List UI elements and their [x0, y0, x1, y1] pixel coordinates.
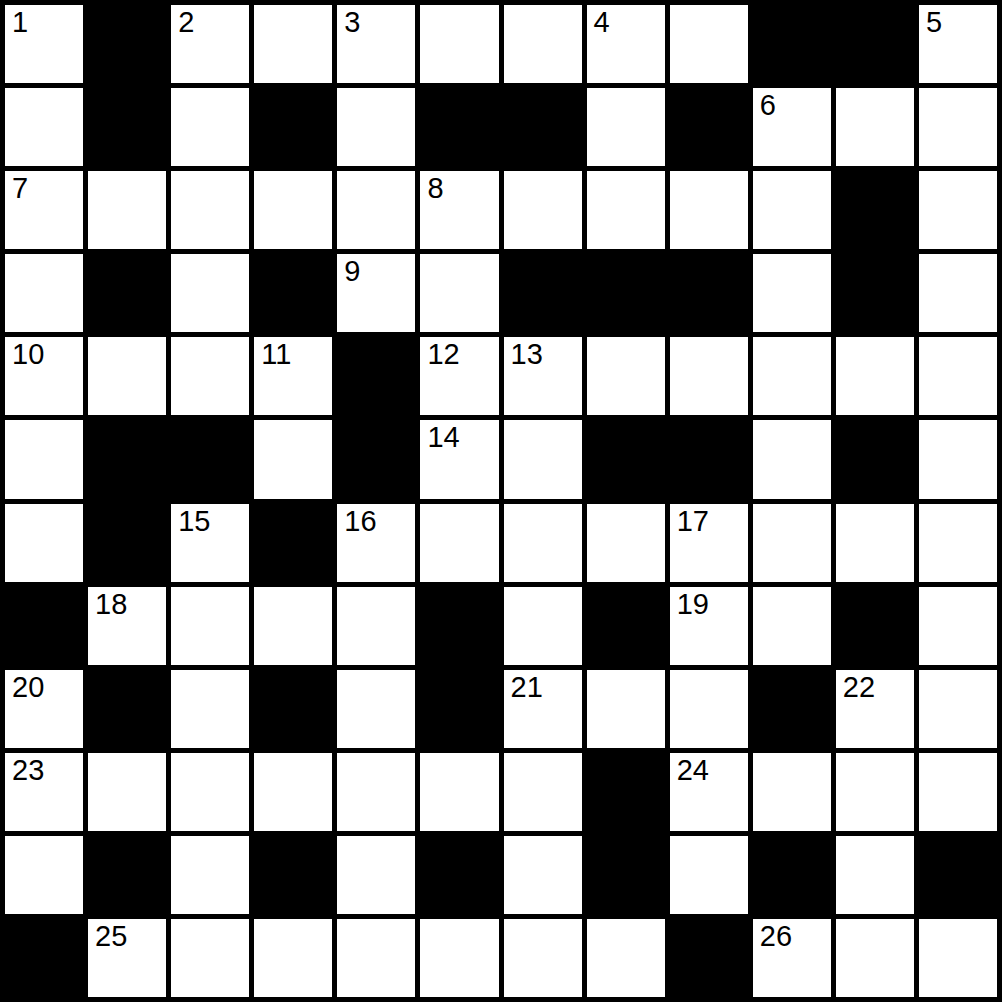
- clue-number-22: 22: [843, 671, 875, 703]
- white-cell-r12c2[interactable]: 25: [88, 919, 166, 997]
- white-cell-r12c12[interactable]: [919, 919, 997, 997]
- clue-number-25: 25: [95, 920, 127, 952]
- white-cell-r1c1[interactable]: 1: [5, 5, 83, 83]
- white-cell-r11c9[interactable]: [670, 836, 748, 914]
- white-cell-r7c1[interactable]: [5, 504, 83, 582]
- black-cell-r9c2: [88, 670, 166, 748]
- clue-number-5: 5: [926, 6, 942, 38]
- white-cell-r9c12[interactable]: [919, 670, 997, 748]
- black-cell-r9c10: [753, 670, 831, 748]
- black-cell-r9c4: [254, 670, 332, 748]
- white-cell-r10c9[interactable]: 24: [670, 753, 748, 831]
- white-cell-r8c12[interactable]: [919, 587, 997, 665]
- clue-number-12: 12: [427, 338, 459, 370]
- white-cell-r3c5[interactable]: [337, 171, 415, 249]
- white-cell-r12c10[interactable]: 26: [753, 919, 831, 997]
- black-cell-r11c8: [587, 836, 665, 914]
- black-cell-r6c2: [88, 420, 166, 498]
- white-cell-r12c3[interactable]: [171, 919, 249, 997]
- white-cell-r6c7[interactable]: [504, 420, 582, 498]
- black-cell-r2c9: [670, 88, 748, 166]
- white-cell-r7c7[interactable]: [504, 504, 582, 582]
- white-cell-r12c8[interactable]: [587, 919, 665, 997]
- clue-number-10: 10: [12, 338, 44, 370]
- black-cell-r2c2: [88, 88, 166, 166]
- white-cell-r3c10[interactable]: [753, 171, 831, 249]
- white-cell-r10c4[interactable]: [254, 753, 332, 831]
- clue-number-24: 24: [677, 754, 709, 786]
- clue-number-9: 9: [344, 255, 360, 287]
- black-cell-r4c8: [587, 254, 665, 332]
- white-cell-r12c7[interactable]: [504, 919, 582, 997]
- black-cell-r8c6: [420, 587, 498, 665]
- clue-number-13: 13: [511, 338, 543, 370]
- white-cell-r7c6[interactable]: [420, 504, 498, 582]
- white-cell-r10c6[interactable]: [420, 753, 498, 831]
- clue-number-18: 18: [95, 588, 127, 620]
- white-cell-r7c11[interactable]: [836, 504, 914, 582]
- white-cell-r6c6[interactable]: 14: [420, 420, 498, 498]
- white-cell-r12c5[interactable]: [337, 919, 415, 997]
- black-cell-r6c5: [337, 420, 415, 498]
- white-cell-r5c2[interactable]: [88, 337, 166, 415]
- white-cell-r3c6[interactable]: 8: [420, 171, 498, 249]
- white-cell-r12c6[interactable]: [420, 919, 498, 997]
- black-cell-r2c7: [504, 88, 582, 166]
- black-cell-r12c1: [5, 919, 83, 997]
- white-cell-r3c12[interactable]: [919, 171, 997, 249]
- white-cell-r10c10[interactable]: [753, 753, 831, 831]
- clue-number-19: 19: [677, 588, 709, 620]
- clue-number-2: 2: [178, 6, 194, 38]
- white-cell-r4c1[interactable]: [5, 254, 83, 332]
- white-cell-r10c1[interactable]: 23: [5, 753, 83, 831]
- white-cell-r2c10[interactable]: 6: [753, 88, 831, 166]
- white-cell-r10c11[interactable]: [836, 753, 914, 831]
- white-cell-r9c9[interactable]: [670, 670, 748, 748]
- white-cell-r3c3[interactable]: [171, 171, 249, 249]
- white-cell-r2c1[interactable]: [5, 88, 83, 166]
- white-cell-r5c7[interactable]: 13: [504, 337, 582, 415]
- white-cell-r11c1[interactable]: [5, 836, 83, 914]
- white-cell-r8c10[interactable]: [753, 587, 831, 665]
- white-cell-r1c4[interactable]: [254, 5, 332, 83]
- black-cell-r4c2: [88, 254, 166, 332]
- black-cell-r4c11: [836, 254, 914, 332]
- clue-number-7: 7: [12, 172, 28, 204]
- black-cell-r8c8: [587, 587, 665, 665]
- white-cell-r10c3[interactable]: [171, 753, 249, 831]
- black-cell-r1c10: [753, 5, 831, 83]
- black-cell-r1c11: [836, 5, 914, 83]
- black-cell-r7c4: [254, 504, 332, 582]
- black-cell-r11c10: [753, 836, 831, 914]
- white-cell-r2c5[interactable]: [337, 88, 415, 166]
- white-cell-r8c7[interactable]: [504, 587, 582, 665]
- black-cell-r12c9: [670, 919, 748, 997]
- white-cell-r6c1[interactable]: [5, 420, 83, 498]
- white-cell-r6c12[interactable]: [919, 420, 997, 498]
- white-cell-r2c11[interactable]: [836, 88, 914, 166]
- clue-number-20: 20: [12, 671, 44, 703]
- black-cell-r4c4: [254, 254, 332, 332]
- black-cell-r11c12: [919, 836, 997, 914]
- white-cell-r10c12[interactable]: [919, 753, 997, 831]
- white-cell-r11c11[interactable]: [836, 836, 914, 914]
- white-cell-r2c8[interactable]: [587, 88, 665, 166]
- black-cell-r9c6: [420, 670, 498, 748]
- black-cell-r3c11: [836, 171, 914, 249]
- white-cell-r3c8[interactable]: [587, 171, 665, 249]
- white-cell-r11c3[interactable]: [171, 836, 249, 914]
- white-cell-r4c10[interactable]: [753, 254, 831, 332]
- white-cell-r10c5[interactable]: [337, 753, 415, 831]
- white-cell-r7c8[interactable]: [587, 504, 665, 582]
- black-cell-r6c9: [670, 420, 748, 498]
- white-cell-r2c12[interactable]: [919, 88, 997, 166]
- white-cell-r1c12[interactable]: 5: [919, 5, 997, 83]
- white-cell-r5c10[interactable]: [753, 337, 831, 415]
- white-cell-r9c3[interactable]: [171, 670, 249, 748]
- white-cell-r12c4[interactable]: [254, 919, 332, 997]
- white-cell-r8c4[interactable]: [254, 587, 332, 665]
- white-cell-r9c1[interactable]: 20: [5, 670, 83, 748]
- black-cell-r2c4: [254, 88, 332, 166]
- white-cell-r8c9[interactable]: 19: [670, 587, 748, 665]
- white-cell-r3c7[interactable]: [504, 171, 582, 249]
- white-cell-r5c3[interactable]: [171, 337, 249, 415]
- black-cell-r10c8: [587, 753, 665, 831]
- white-cell-r4c6[interactable]: [420, 254, 498, 332]
- white-cell-r6c4[interactable]: [254, 420, 332, 498]
- white-cell-r10c7[interactable]: [504, 753, 582, 831]
- white-cell-r5c11[interactable]: [836, 337, 914, 415]
- black-cell-r7c2: [88, 504, 166, 582]
- black-cell-r11c4: [254, 836, 332, 914]
- white-cell-r5c12[interactable]: [919, 337, 997, 415]
- white-cell-r7c12[interactable]: [919, 504, 997, 582]
- white-cell-r5c4[interactable]: 11: [254, 337, 332, 415]
- white-cell-r3c4[interactable]: [254, 171, 332, 249]
- white-cell-r1c6[interactable]: [420, 5, 498, 83]
- white-cell-r3c2[interactable]: [88, 171, 166, 249]
- black-cell-r1c2: [88, 5, 166, 83]
- white-cell-r3c9[interactable]: [670, 171, 748, 249]
- clue-number-4: 4: [594, 6, 610, 38]
- black-cell-r4c7: [504, 254, 582, 332]
- white-cell-r9c7[interactable]: 21: [504, 670, 582, 748]
- white-cell-r7c5[interactable]: 16: [337, 504, 415, 582]
- white-cell-r1c3[interactable]: 2: [171, 5, 249, 83]
- white-cell-r4c12[interactable]: [919, 254, 997, 332]
- white-cell-r5c9[interactable]: [670, 337, 748, 415]
- white-cell-r1c9[interactable]: [670, 5, 748, 83]
- white-cell-r2c3[interactable]: [171, 88, 249, 166]
- clue-number-26: 26: [760, 920, 792, 952]
- black-cell-r11c6: [420, 836, 498, 914]
- white-cell-r3c1[interactable]: 7: [5, 171, 83, 249]
- white-cell-r12c11[interactable]: [836, 919, 914, 997]
- black-cell-r5c5: [337, 337, 415, 415]
- clue-number-15: 15: [178, 505, 210, 537]
- clue-number-23: 23: [12, 754, 44, 786]
- clue-number-3: 3: [344, 6, 360, 38]
- clue-number-17: 17: [677, 505, 709, 537]
- white-cell-r11c5[interactable]: [337, 836, 415, 914]
- clue-number-8: 8: [427, 172, 443, 204]
- clue-number-1: 1: [12, 6, 28, 38]
- white-cell-r9c8[interactable]: [587, 670, 665, 748]
- clue-number-11: 11: [261, 338, 291, 370]
- black-cell-r6c8: [587, 420, 665, 498]
- white-cell-r8c5[interactable]: [337, 587, 415, 665]
- white-cell-r7c3[interactable]: 15: [171, 504, 249, 582]
- black-cell-r2c6: [420, 88, 498, 166]
- white-cell-r5c1[interactable]: 10: [5, 337, 83, 415]
- white-cell-r1c7[interactable]: [504, 5, 582, 83]
- white-cell-r7c9[interactable]: 17: [670, 504, 748, 582]
- white-cell-r1c5[interactable]: 3: [337, 5, 415, 83]
- black-cell-r8c11: [836, 587, 914, 665]
- black-cell-r6c3: [171, 420, 249, 498]
- black-cell-r4c9: [670, 254, 748, 332]
- white-cell-r4c5[interactable]: 9: [337, 254, 415, 332]
- black-cell-r8c1: [5, 587, 83, 665]
- white-cell-r11c7[interactable]: [504, 836, 582, 914]
- white-cell-r8c3[interactable]: [171, 587, 249, 665]
- white-cell-r9c11[interactable]: 22: [836, 670, 914, 748]
- white-cell-r6c10[interactable]: [753, 420, 831, 498]
- white-cell-r8c2[interactable]: 18: [88, 587, 166, 665]
- white-cell-r9c5[interactable]: [337, 670, 415, 748]
- clue-number-21: 21: [511, 671, 543, 703]
- crossword-grid: 1234567891011121314151617181920212223242…: [0, 0, 1002, 1002]
- white-cell-r7c10[interactable]: [753, 504, 831, 582]
- clue-number-16: 16: [344, 505, 376, 537]
- white-cell-r1c8[interactable]: 4: [587, 5, 665, 83]
- black-cell-r11c2: [88, 836, 166, 914]
- white-cell-r10c2[interactable]: [88, 753, 166, 831]
- white-cell-r4c3[interactable]: [171, 254, 249, 332]
- black-cell-r6c11: [836, 420, 914, 498]
- white-cell-r5c6[interactable]: 12: [420, 337, 498, 415]
- clue-number-6: 6: [760, 89, 776, 121]
- white-cell-r5c8[interactable]: [587, 337, 665, 415]
- clue-number-14: 14: [427, 421, 459, 453]
